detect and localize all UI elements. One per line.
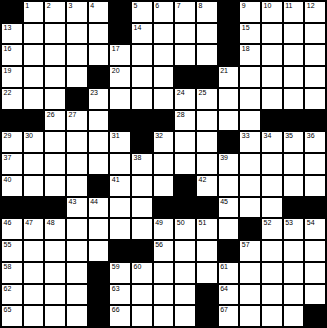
black-cell [262, 111, 282, 131]
cell[interactable] [175, 154, 195, 174]
clue-number: 36 [307, 132, 315, 140]
cell[interactable] [154, 45, 174, 65]
cell[interactable] [262, 198, 282, 218]
cell[interactable] [305, 154, 325, 174]
cell[interactable]: 25 [197, 89, 217, 109]
clue-number: 5 [133, 2, 137, 10]
clue-number: 40 [4, 176, 12, 184]
cell[interactable] [45, 45, 65, 65]
cell[interactable] [305, 263, 325, 283]
clue-number: 49 [155, 219, 163, 227]
cell[interactable] [219, 219, 239, 239]
cell[interactable] [284, 45, 304, 65]
cell[interactable] [89, 241, 109, 261]
black-cell [219, 2, 239, 22]
cell[interactable] [262, 24, 282, 44]
cell[interactable] [67, 285, 87, 305]
cell[interactable]: 38 [132, 154, 152, 174]
black-cell [45, 198, 65, 218]
clue-number: 12 [307, 2, 315, 10]
cell[interactable] [67, 219, 87, 239]
cell[interactable] [45, 67, 65, 87]
cell[interactable] [132, 45, 152, 65]
cell[interactable] [305, 285, 325, 305]
cell[interactable]: 1 [24, 2, 44, 22]
cell[interactable] [197, 132, 217, 152]
cell[interactable] [240, 67, 260, 87]
cell[interactable] [175, 306, 195, 326]
clue-number: 63 [112, 285, 120, 293]
clue-number: 23 [90, 89, 98, 97]
cell[interactable] [262, 154, 282, 174]
cell[interactable]: 64 [219, 285, 239, 305]
cell[interactable]: 47 [24, 219, 44, 239]
cell[interactable] [154, 285, 174, 305]
cell[interactable] [67, 45, 87, 65]
cell[interactable] [284, 24, 304, 44]
cell[interactable] [154, 67, 174, 87]
cell[interactable] [67, 263, 87, 283]
cell[interactable] [197, 111, 217, 131]
clue-number: 44 [90, 198, 98, 206]
cell[interactable] [175, 263, 195, 283]
clue-number: 20 [112, 67, 120, 75]
clue-number: 51 [198, 219, 206, 227]
cell[interactable] [262, 45, 282, 65]
clue-number: 9 [242, 2, 246, 10]
cell[interactable]: 17 [110, 45, 130, 65]
cell[interactable]: 63 [110, 285, 130, 305]
black-cell [197, 198, 217, 218]
cell[interactable]: 65 [2, 306, 22, 326]
clue-number: 54 [307, 219, 315, 227]
cell[interactable]: 8 [197, 2, 217, 22]
black-cell [89, 176, 109, 196]
cell[interactable]: 61 [219, 263, 239, 283]
cell[interactable] [110, 89, 130, 109]
clue-number: 26 [47, 111, 55, 119]
cell[interactable] [24, 306, 44, 326]
cell[interactable] [45, 89, 65, 109]
clue-number: 29 [4, 132, 12, 140]
clue-number: 47 [25, 219, 33, 227]
clue-number: 1 [25, 2, 29, 10]
cell[interactable]: 43 [67, 198, 87, 218]
cell[interactable] [132, 306, 152, 326]
clue-number: 43 [68, 198, 76, 206]
clue-number: 48 [47, 219, 55, 227]
cell[interactable]: 6 [154, 2, 174, 22]
clue-number: 25 [198, 89, 206, 97]
cell[interactable]: 13 [2, 24, 22, 44]
black-cell [197, 306, 217, 326]
cell[interactable] [240, 285, 260, 305]
cell[interactable] [284, 241, 304, 261]
black-cell [2, 198, 22, 218]
black-cell [24, 198, 44, 218]
cell[interactable]: 4 [89, 2, 109, 22]
cell[interactable]: 16 [2, 45, 22, 65]
cell[interactable]: 48 [45, 219, 65, 239]
clue-number: 21 [220, 67, 228, 75]
cell[interactable] [240, 198, 260, 218]
cell[interactable]: 34 [262, 132, 282, 152]
clue-number: 37 [4, 154, 12, 162]
black-cell [110, 241, 130, 261]
cell[interactable] [67, 241, 87, 261]
cell[interactable]: 23 [89, 89, 109, 109]
clue-number: 31 [112, 132, 120, 140]
cell[interactable] [110, 219, 130, 239]
cell[interactable] [197, 263, 217, 283]
cell[interactable]: 22 [2, 89, 22, 109]
black-cell [67, 89, 87, 109]
cell[interactable] [67, 306, 87, 326]
clue-number: 17 [112, 45, 120, 53]
cell[interactable] [24, 45, 44, 65]
clue-number: 62 [4, 285, 12, 293]
cell[interactable] [45, 241, 65, 261]
cell[interactable]: 51 [197, 219, 217, 239]
clue-number: 3 [68, 2, 72, 10]
cell[interactable]: 42 [197, 176, 217, 196]
cell[interactable] [45, 132, 65, 152]
black-cell [219, 132, 239, 152]
cell[interactable] [284, 176, 304, 196]
clue-number: 7 [177, 2, 181, 10]
cell[interactable]: 60 [132, 263, 152, 283]
cell[interactable] [154, 154, 174, 174]
clue-number: 34 [263, 132, 271, 140]
cell[interactable] [197, 241, 217, 261]
clue-number: 58 [4, 263, 12, 271]
clue-number: 57 [242, 241, 250, 249]
clue-number: 56 [155, 241, 163, 249]
cell[interactable]: 41 [110, 176, 130, 196]
cell[interactable] [262, 263, 282, 283]
cell[interactable]: 5 [132, 2, 152, 22]
cell[interactable] [240, 154, 260, 174]
cell[interactable]: 37 [2, 154, 22, 174]
black-cell [284, 111, 304, 131]
cell[interactable]: 10 [262, 2, 282, 22]
cell[interactable] [262, 67, 282, 87]
cell[interactable] [132, 219, 152, 239]
cell[interactable]: 29 [2, 132, 22, 152]
cell[interactable] [284, 89, 304, 109]
cell[interactable] [67, 154, 87, 174]
clue-number: 15 [242, 24, 250, 32]
cell[interactable]: 45 [219, 198, 239, 218]
cell[interactable] [240, 111, 260, 131]
cell[interactable] [305, 89, 325, 109]
cell[interactable] [89, 24, 109, 44]
cell[interactable]: 24 [175, 89, 195, 109]
cell[interactable]: 2 [45, 2, 65, 22]
cell[interactable] [67, 176, 87, 196]
cell[interactable] [89, 219, 109, 239]
black-cell [219, 241, 239, 261]
black-cell [219, 24, 239, 44]
cell[interactable] [240, 306, 260, 326]
cell[interactable] [197, 45, 217, 65]
cell[interactable] [219, 111, 239, 131]
cell[interactable] [240, 89, 260, 109]
cell[interactable]: 49 [154, 219, 174, 239]
cell[interactable] [89, 45, 109, 65]
black-cell [110, 24, 130, 44]
cell[interactable]: 55 [2, 241, 22, 261]
cell[interactable] [110, 154, 130, 174]
clue-number: 13 [4, 24, 12, 32]
cell[interactable] [45, 263, 65, 283]
cell[interactable] [305, 67, 325, 87]
cell[interactable]: 67 [219, 306, 239, 326]
cell[interactable]: 54 [305, 219, 325, 239]
cell[interactable]: 52 [262, 219, 282, 239]
cell[interactable]: 50 [175, 219, 195, 239]
cell[interactable]: 27 [67, 111, 87, 131]
clue-number: 46 [4, 219, 12, 227]
cell[interactable]: 9 [240, 2, 260, 22]
clue-number: 11 [285, 2, 292, 10]
cell[interactable]: 53 [284, 219, 304, 239]
cell[interactable] [154, 176, 174, 196]
black-cell [154, 198, 174, 218]
cell[interactable] [89, 111, 109, 131]
cell[interactable] [262, 285, 282, 305]
clue-number: 53 [285, 219, 293, 227]
cell[interactable] [67, 24, 87, 44]
clue-number: 39 [220, 154, 228, 162]
cell[interactable] [24, 24, 44, 44]
clue-number: 60 [133, 263, 141, 271]
cell[interactable]: 39 [219, 154, 239, 174]
cell[interactable]: 19 [2, 67, 22, 87]
clue-number: 50 [177, 219, 185, 227]
cell[interactable] [284, 67, 304, 87]
cell[interactable] [262, 306, 282, 326]
cell[interactable] [24, 176, 44, 196]
clue-number: 42 [198, 176, 206, 184]
cell[interactable] [284, 263, 304, 283]
cell[interactable]: 35 [284, 132, 304, 152]
cell[interactable] [132, 176, 152, 196]
clue-number: 24 [177, 89, 185, 97]
black-cell [175, 67, 195, 87]
clue-number: 30 [25, 132, 33, 140]
clue-number: 8 [198, 2, 202, 10]
cell[interactable] [67, 67, 87, 87]
cell[interactable] [305, 24, 325, 44]
cell[interactable] [154, 263, 174, 283]
clue-number: 10 [263, 2, 271, 10]
cell[interactable]: 32 [154, 132, 174, 152]
cell[interactable] [132, 198, 152, 218]
cell[interactable]: 12 [305, 2, 325, 22]
black-cell [132, 111, 152, 131]
cell[interactable]: 20 [110, 67, 130, 87]
cell[interactable]: 59 [110, 263, 130, 283]
cell[interactable] [132, 285, 152, 305]
cell[interactable] [284, 154, 304, 174]
clue-number: 67 [220, 306, 228, 314]
cell[interactable] [24, 89, 44, 109]
cell[interactable]: 11 [284, 2, 304, 22]
clue-number: 18 [242, 45, 250, 53]
clue-number: 14 [133, 24, 141, 32]
cell[interactable] [132, 67, 152, 87]
cell[interactable] [89, 154, 109, 174]
clue-number: 28 [177, 111, 185, 119]
cell[interactable]: 7 [175, 2, 195, 22]
black-cell [219, 45, 239, 65]
clue-number: 16 [4, 45, 12, 53]
black-cell [305, 306, 325, 326]
cell[interactable] [154, 24, 174, 44]
cell[interactable] [262, 89, 282, 109]
cell[interactable] [110, 198, 130, 218]
cell[interactable]: 21 [219, 67, 239, 87]
cell[interactable]: 57 [240, 241, 260, 261]
cell[interactable] [24, 285, 44, 305]
clue-number: 65 [4, 306, 12, 314]
clue-number: 6 [155, 2, 159, 10]
black-cell [110, 111, 130, 131]
cell[interactable] [89, 132, 109, 152]
cell[interactable] [175, 132, 195, 152]
cell[interactable] [45, 24, 65, 44]
cell[interactable]: 18 [240, 45, 260, 65]
cell[interactable] [305, 176, 325, 196]
black-cell [89, 285, 109, 305]
clue-number: 61 [220, 263, 228, 271]
cell[interactable]: 26 [45, 111, 65, 131]
cell[interactable]: 28 [175, 111, 195, 131]
cell[interactable] [197, 154, 217, 174]
cell[interactable] [132, 89, 152, 109]
cell[interactable] [24, 263, 44, 283]
black-cell [89, 306, 109, 326]
clue-number: 52 [263, 219, 271, 227]
cell[interactable] [262, 176, 282, 196]
black-cell [197, 285, 217, 305]
cell[interactable] [219, 176, 239, 196]
clue-number: 19 [4, 67, 12, 75]
black-cell [305, 111, 325, 131]
cell[interactable] [240, 176, 260, 196]
black-cell [24, 111, 44, 131]
cell[interactable] [284, 306, 304, 326]
cell[interactable] [45, 154, 65, 174]
cell[interactable]: 3 [67, 2, 87, 22]
black-cell [132, 132, 152, 152]
cell[interactable] [24, 67, 44, 87]
clue-number: 66 [112, 306, 120, 314]
black-cell [2, 2, 22, 22]
cell[interactable] [67, 132, 87, 152]
crossword-grid: 1234567891011121314151617181920212223242… [0, 0, 327, 328]
black-cell [175, 176, 195, 196]
clue-number: 27 [68, 111, 76, 119]
black-cell [132, 241, 152, 261]
cell[interactable] [154, 306, 174, 326]
cell[interactable]: 15 [240, 24, 260, 44]
black-cell [284, 198, 304, 218]
cell[interactable]: 31 [110, 132, 130, 152]
cell[interactable] [197, 24, 217, 44]
clue-number: 38 [133, 154, 141, 162]
clue-number: 35 [285, 132, 293, 140]
clue-number: 45 [220, 198, 228, 206]
cell[interactable]: 46 [2, 219, 22, 239]
clue-number: 32 [155, 132, 163, 140]
cell[interactable]: 33 [240, 132, 260, 152]
black-cell [2, 111, 22, 131]
cell[interactable] [24, 154, 44, 174]
cell[interactable] [305, 241, 325, 261]
cell[interactable]: 66 [110, 306, 130, 326]
cell[interactable]: 30 [24, 132, 44, 152]
black-cell [89, 67, 109, 87]
clue-number: 59 [112, 263, 120, 271]
clue-number: 33 [242, 132, 250, 140]
cell[interactable] [45, 306, 65, 326]
cell[interactable] [175, 45, 195, 65]
cell[interactable]: 62 [2, 285, 22, 305]
cell[interactable] [175, 24, 195, 44]
clue-number: 41 [112, 176, 120, 184]
cell[interactable]: 56 [154, 241, 174, 261]
cell[interactable] [24, 241, 44, 261]
clue-number: 55 [4, 241, 12, 249]
black-cell [305, 198, 325, 218]
cell[interactable] [45, 176, 65, 196]
clue-number: 2 [47, 2, 51, 10]
cell[interactable] [219, 89, 239, 109]
cell[interactable] [262, 241, 282, 261]
cell[interactable] [175, 241, 195, 261]
cell[interactable] [154, 89, 174, 109]
black-cell [197, 67, 217, 87]
cell[interactable]: 58 [2, 263, 22, 283]
cell[interactable] [284, 285, 304, 305]
black-cell [154, 111, 174, 131]
clue-number: 64 [220, 285, 228, 293]
cell[interactable] [305, 45, 325, 65]
black-cell [89, 263, 109, 283]
cell[interactable] [45, 285, 65, 305]
cell[interactable]: 36 [305, 132, 325, 152]
cell[interactable] [240, 263, 260, 283]
cell[interactable]: 14 [132, 24, 152, 44]
black-cell [110, 2, 130, 22]
clue-number: 22 [4, 89, 12, 97]
black-cell [240, 219, 260, 239]
cell[interactable]: 44 [89, 198, 109, 218]
cell[interactable] [175, 285, 195, 305]
clue-number: 4 [90, 2, 94, 10]
black-cell [175, 198, 195, 218]
cell[interactable]: 40 [2, 176, 22, 196]
